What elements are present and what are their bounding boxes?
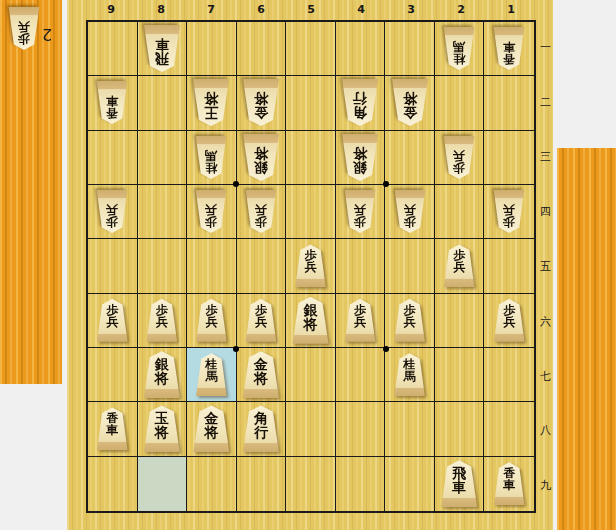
piece-kanji: 飛 xyxy=(452,466,466,480)
cell-7-2[interactable]: 王将 xyxy=(187,76,237,130)
cell-8-5[interactable] xyxy=(138,239,188,293)
cell-1-7[interactable] xyxy=(484,348,534,402)
piece-kanji: 歩 xyxy=(453,162,465,174)
shogi-piece-face: 歩兵 xyxy=(492,190,526,233)
shogi-piece-face: 歩兵 xyxy=(95,190,129,233)
piece-kanji: 兵 xyxy=(304,261,316,273)
cell-7-5[interactable] xyxy=(187,239,237,293)
rank-label-7: 七 xyxy=(538,349,553,404)
rank-label-9: 九 xyxy=(538,458,553,513)
piece-kanji: 将 xyxy=(254,92,268,106)
piece-kanji: 兵 xyxy=(106,316,118,328)
piece-kanji: 金 xyxy=(403,106,417,120)
cell-3-7[interactable]: 桂馬 xyxy=(385,348,435,402)
cell-4-5[interactable] xyxy=(336,239,386,293)
shogi-piece-face: 桂馬 xyxy=(393,353,427,396)
cell-2-8[interactable] xyxy=(435,402,485,456)
piece-kanji: 車 xyxy=(452,480,466,494)
piece-kanji: 歩 xyxy=(205,304,217,316)
gote-lance-92[interactable]: 香車 xyxy=(95,81,129,124)
file-label-9: 9 xyxy=(86,2,136,18)
gote-pawn-14[interactable]: 歩兵 xyxy=(492,190,526,233)
piece-kanji: 桂 xyxy=(205,162,217,174)
cell-2-6[interactable] xyxy=(435,294,485,348)
sente-king-88[interactable]: 玉将 xyxy=(142,405,182,452)
cell-9-7[interactable] xyxy=(88,348,138,402)
shogi-piece-face: 歩兵 xyxy=(393,299,427,342)
cell-8-7[interactable]: 銀将 xyxy=(138,348,188,402)
cell-4-7[interactable] xyxy=(336,348,386,402)
sente-lance-98[interactable]: 香車 xyxy=(95,407,129,450)
piece-kanji: 歩 xyxy=(354,216,366,228)
piece-kanji: 兵 xyxy=(503,204,515,216)
sente-lance-19[interactable]: 香車 xyxy=(492,462,526,505)
shogi-piece-face: 歩兵 xyxy=(442,136,476,179)
shogi-piece-face: 金将 xyxy=(241,79,281,126)
shogi-piece-face: 歩兵 xyxy=(194,299,228,342)
cell-1-6[interactable]: 歩兵 xyxy=(484,294,534,348)
cell-2-9[interactable]: 飛車 xyxy=(435,457,485,511)
star-point xyxy=(383,346,389,352)
cell-2-1[interactable]: 桂馬 xyxy=(435,22,485,76)
sente-pawn-66[interactable]: 歩兵 xyxy=(244,299,278,342)
cell-9-9[interactable] xyxy=(88,457,138,511)
cell-1-8[interactable] xyxy=(484,402,534,456)
shogi-piece-face: 香車 xyxy=(492,27,526,70)
piece-kanji: 角 xyxy=(353,106,367,120)
piece-kanji: 車 xyxy=(155,38,169,52)
cell-3-6[interactable]: 歩兵 xyxy=(385,294,435,348)
shogi-piece-face: 金将 xyxy=(241,351,281,398)
cell-9-8[interactable]: 香車 xyxy=(88,402,138,456)
shogi-piece-face: 玉将 xyxy=(142,405,182,452)
shogi-piece-face: 銀将 xyxy=(241,134,281,181)
cell-6-1[interactable] xyxy=(237,22,287,76)
shogi-piece-face: 香車 xyxy=(492,462,526,505)
cell-5-2[interactable] xyxy=(286,76,336,130)
shogi-piece-face: 歩兵 xyxy=(244,190,278,233)
cell-9-4[interactable]: 歩兵 xyxy=(88,185,138,239)
shogi-piece-face: 桂馬 xyxy=(194,136,228,179)
cell-7-1[interactable] xyxy=(187,22,237,76)
piece-kanji: 金 xyxy=(254,357,268,371)
shogi-piece-face: 金将 xyxy=(191,405,231,452)
cell-6-6[interactable]: 歩兵 xyxy=(237,294,287,348)
cell-6-2[interactable]: 金将 xyxy=(237,76,287,130)
piece-kanji: 将 xyxy=(204,425,218,439)
sente-pawn-55[interactable]: 歩兵 xyxy=(293,244,327,287)
piece-kanji: 金 xyxy=(254,106,268,120)
shogi-piece-face: 金将 xyxy=(390,79,430,126)
cell-7-4[interactable]: 歩兵 xyxy=(187,185,237,239)
piece-kanji: 馬 xyxy=(453,41,465,53)
file-labels: 987654321 xyxy=(86,2,536,18)
shogi-piece-face: 角行 xyxy=(340,79,380,126)
cell-6-4[interactable]: 歩兵 xyxy=(237,185,287,239)
gote-silver-63[interactable]: 銀将 xyxy=(241,134,281,181)
cell-9-6[interactable]: 歩兵 xyxy=(88,294,138,348)
cell-3-5[interactable] xyxy=(385,239,435,293)
cell-2-4[interactable] xyxy=(435,185,485,239)
piece-kanji: 馬 xyxy=(404,370,416,382)
cell-3-1[interactable] xyxy=(385,22,435,76)
cell-3-2[interactable]: 金将 xyxy=(385,76,435,130)
sente-pawn-16[interactable]: 歩兵 xyxy=(492,299,526,342)
piece-kanji: 兵 xyxy=(255,204,267,216)
cell-5-1[interactable] xyxy=(286,22,336,76)
cell-6-8[interactable]: 角行 xyxy=(237,402,287,456)
shogi-piece-face: 香車 xyxy=(95,81,129,124)
cell-4-1[interactable] xyxy=(336,22,386,76)
piece-kanji: 車 xyxy=(503,41,515,53)
piece-kanji: 兵 xyxy=(354,316,366,328)
piece-kanji: 桂 xyxy=(453,53,465,65)
cell-3-9[interactable] xyxy=(385,457,435,511)
piece-kanji: 兵 xyxy=(503,316,515,328)
piece-kanji: 銀 xyxy=(254,161,268,175)
cell-8-8[interactable]: 玉将 xyxy=(138,402,188,456)
file-label-5: 5 xyxy=(286,2,336,18)
rank-label-8: 八 xyxy=(538,403,553,458)
piece-kanji: 玉 xyxy=(155,411,169,425)
sente-silver-56[interactable]: 銀将 xyxy=(290,297,330,344)
piece-kanji-bottom: 兵 xyxy=(18,21,30,33)
cell-5-4[interactable] xyxy=(286,185,336,239)
piece-kanji: 銀 xyxy=(353,161,367,175)
cell-2-3[interactable]: 歩兵 xyxy=(435,131,485,185)
piece-kanji: 兵 xyxy=(404,204,416,216)
shogi-piece-face: 飛車 xyxy=(142,25,182,72)
piece-kanji: 車 xyxy=(106,95,118,107)
rank-label-6: 六 xyxy=(538,294,553,349)
rank-label-4: 四 xyxy=(538,184,553,239)
file-label-2: 2 xyxy=(436,2,486,18)
file-label-4: 4 xyxy=(336,2,386,18)
piece-kanji: 行 xyxy=(254,425,268,439)
shogi-piece-face: 桂馬 xyxy=(194,353,228,396)
rank-label-1: 一 xyxy=(538,20,553,75)
piece-kanji: 王 xyxy=(204,106,218,120)
sente-pawn-25[interactable]: 歩兵 xyxy=(442,244,476,287)
shogi-app: 歩 兵 2 987654321 一二三四五六七八九 飛車桂馬香車香車王将金将角行… xyxy=(0,0,616,530)
gote-hand-pawn-count: 2 xyxy=(42,25,52,44)
cell-1-1[interactable]: 香車 xyxy=(484,22,534,76)
rank-labels: 一二三四五六七八九 xyxy=(538,20,553,513)
shogi-piece-face: 角行 xyxy=(241,405,281,452)
gote-pawn-94[interactable]: 歩兵 xyxy=(95,190,129,233)
cell-8-3[interactable] xyxy=(138,131,188,185)
piece-kanji: 歩 xyxy=(354,304,366,316)
piece-kanji: 銀 xyxy=(303,303,317,317)
piece-kanji-top: 歩 xyxy=(18,33,30,45)
cell-7-7[interactable]: 桂馬 xyxy=(187,348,237,402)
piece-kanji: 将 xyxy=(204,92,218,106)
file-label-8: 8 xyxy=(136,2,186,18)
piece-kanji: 香 xyxy=(106,107,118,119)
piece-kanji: 将 xyxy=(254,147,268,161)
shogi-piece-face: 銀将 xyxy=(290,297,330,344)
shogi-piece-face: 歩兵 xyxy=(194,190,228,233)
sente-pawn-96[interactable]: 歩兵 xyxy=(95,299,129,342)
cell-1-5[interactable] xyxy=(484,239,534,293)
shogi-piece-face: 歩兵 xyxy=(343,299,377,342)
star-point xyxy=(383,181,389,187)
piece-kanji: 馬 xyxy=(205,370,217,382)
shogi-piece-face: 桂馬 xyxy=(442,27,476,70)
sente-pawn-76[interactable]: 歩兵 xyxy=(194,299,228,342)
shogi-piece-face: 歩兵 xyxy=(95,299,129,342)
sente-hand-stand[interactable] xyxy=(557,148,616,530)
gote-gold-62[interactable]: 金将 xyxy=(241,79,281,126)
rank-label-5: 五 xyxy=(538,239,553,294)
gote-hand-pawn[interactable]: 歩 兵 xyxy=(7,7,41,50)
cell-1-2[interactable] xyxy=(484,76,534,130)
star-point xyxy=(233,346,239,352)
cell-1-4[interactable]: 歩兵 xyxy=(484,185,534,239)
cell-4-3[interactable]: 銀将 xyxy=(336,131,386,185)
cell-7-3[interactable]: 桂馬 xyxy=(187,131,237,185)
piece-kanji: 兵 xyxy=(453,261,465,273)
star-point xyxy=(233,181,239,187)
piece-kanji: 歩 xyxy=(106,304,118,316)
piece-kanji: 馬 xyxy=(205,150,217,162)
piece-kanji: 将 xyxy=(155,371,169,385)
gote-lance-11[interactable]: 香車 xyxy=(492,27,526,70)
piece-kanji: 将 xyxy=(303,317,317,331)
cell-3-4[interactable]: 歩兵 xyxy=(385,185,435,239)
cell-6-7[interactable]: 金将 xyxy=(237,348,287,402)
piece-kanji: 兵 xyxy=(354,204,366,216)
cell-5-9[interactable] xyxy=(286,457,336,511)
cell-7-8[interactable]: 金将 xyxy=(187,402,237,456)
piece-kanji: 歩 xyxy=(205,216,217,228)
shogi-piece-face: 王将 xyxy=(191,79,231,126)
sente-gold-78[interactable]: 金将 xyxy=(191,405,231,452)
gote-king-72[interactable]: 王将 xyxy=(191,79,231,126)
gote-pawn-74[interactable]: 歩兵 xyxy=(194,190,228,233)
sente-knight-77[interactable]: 桂馬 xyxy=(194,353,228,396)
piece-kanji: 歩 xyxy=(503,216,515,228)
gote-pawn-44[interactable]: 歩兵 xyxy=(343,190,377,233)
rank-label-3: 三 xyxy=(538,130,553,185)
piece-kanji: 角 xyxy=(254,411,268,425)
cell-4-9[interactable] xyxy=(336,457,386,511)
piece-kanji: 歩 xyxy=(106,216,118,228)
sente-knight-37[interactable]: 桂馬 xyxy=(393,353,427,396)
shogi-piece-face: 歩兵 xyxy=(393,190,427,233)
piece-kanji: 将 xyxy=(254,371,268,385)
cell-7-6[interactable]: 歩兵 xyxy=(187,294,237,348)
piece-kanji: 将 xyxy=(403,92,417,106)
cell-8-9[interactable] xyxy=(138,457,188,511)
piece-kanji: 兵 xyxy=(156,316,168,328)
cell-5-8[interactable] xyxy=(286,402,336,456)
board-panel: 987654321 一二三四五六七八九 飛車桂馬香車香車王将金将角行金将桂馬銀将… xyxy=(67,0,553,530)
gote-rook-81[interactable]: 飛車 xyxy=(142,25,182,72)
cell-7-9[interactable] xyxy=(187,457,237,511)
piece-kanji: 歩 xyxy=(156,304,168,316)
gote-pawn-23[interactable]: 歩兵 xyxy=(442,136,476,179)
sente-silver-87[interactable]: 銀将 xyxy=(142,351,182,398)
cell-8-2[interactable] xyxy=(138,76,188,130)
piece-kanji: 銀 xyxy=(155,357,169,371)
cell-1-3[interactable] xyxy=(484,131,534,185)
cell-2-2[interactable] xyxy=(435,76,485,130)
cell-3-3[interactable] xyxy=(385,131,435,185)
cell-5-7[interactable] xyxy=(286,348,336,402)
piece-kanji: 車 xyxy=(106,424,118,436)
sente-pawn-46[interactable]: 歩兵 xyxy=(343,299,377,342)
gote-silver-43[interactable]: 銀将 xyxy=(340,134,380,181)
cell-6-9[interactable] xyxy=(237,457,287,511)
shogi-piece-face: 歩兵 xyxy=(492,299,526,342)
piece-kanji: 歩 xyxy=(255,304,267,316)
cell-5-5[interactable]: 歩兵 xyxy=(286,239,336,293)
piece-kanji: 飛 xyxy=(155,52,169,66)
piece-kanji: 将 xyxy=(155,425,169,439)
board-grid: 飛車桂馬香車香車王将金将角行金将桂馬銀将銀将歩兵歩兵歩兵歩兵歩兵歩兵歩兵歩兵歩兵… xyxy=(86,20,536,513)
gote-knight-21[interactable]: 桂馬 xyxy=(442,27,476,70)
file-label-1: 1 xyxy=(486,2,536,18)
gote-gold-32[interactable]: 金将 xyxy=(390,79,430,126)
piece-kanji: 兵 xyxy=(106,204,118,216)
shogi-piece-face: 香車 xyxy=(95,407,129,450)
shogi-piece-face: 歩兵 xyxy=(442,244,476,287)
gote-pawn-64[interactable]: 歩兵 xyxy=(244,190,278,233)
gote-hand-stand: 歩 兵 2 xyxy=(0,0,62,384)
shogi-piece-face: 銀将 xyxy=(340,134,380,181)
shogi-piece-face: 飛車 xyxy=(439,460,479,507)
file-label-6: 6 xyxy=(236,2,286,18)
cell-8-4[interactable] xyxy=(138,185,188,239)
shogi-piece-face: 歩兵 xyxy=(293,244,327,287)
cell-4-6[interactable]: 歩兵 xyxy=(336,294,386,348)
piece-kanji: 歩 xyxy=(404,216,416,228)
piece-kanji: 車 xyxy=(503,479,515,491)
cell-2-7[interactable] xyxy=(435,348,485,402)
piece-kanji: 将 xyxy=(353,147,367,161)
piece-kanji: 歩 xyxy=(255,216,267,228)
piece-kanji: 歩 xyxy=(404,304,416,316)
cell-9-1[interactable] xyxy=(88,22,138,76)
cell-4-2[interactable]: 角行 xyxy=(336,76,386,130)
piece-kanji: 香 xyxy=(503,53,515,65)
rank-label-2: 二 xyxy=(538,75,553,130)
sente-rook-29[interactable]: 飛車 xyxy=(439,460,479,507)
shogi-piece-face: 歩兵 xyxy=(343,190,377,233)
cell-4-8[interactable] xyxy=(336,402,386,456)
cell-6-5[interactable] xyxy=(237,239,287,293)
sente-pawn-36[interactable]: 歩兵 xyxy=(393,299,427,342)
piece-kanji: 行 xyxy=(353,92,367,106)
cell-3-8[interactable] xyxy=(385,402,435,456)
file-label-3: 3 xyxy=(386,2,436,18)
cell-4-4[interactable]: 歩兵 xyxy=(336,185,386,239)
piece-kanji: 兵 xyxy=(453,150,465,162)
cell-6-3[interactable]: 銀将 xyxy=(237,131,287,185)
file-label-7: 7 xyxy=(186,2,236,18)
shogi-piece-face: 歩兵 xyxy=(145,299,179,342)
piece-kanji: 兵 xyxy=(205,204,217,216)
piece-kanji: 兵 xyxy=(404,316,416,328)
sente-pawn-86[interactable]: 歩兵 xyxy=(145,299,179,342)
piece-kanji: 兵 xyxy=(255,316,267,328)
cell-5-3[interactable] xyxy=(286,131,336,185)
cell-2-5[interactable]: 歩兵 xyxy=(435,239,485,293)
cell-9-2[interactable]: 香車 xyxy=(88,76,138,130)
sente-bishop-68[interactable]: 角行 xyxy=(241,405,281,452)
cell-1-9[interactable]: 香車 xyxy=(484,457,534,511)
gote-pawn-34[interactable]: 歩兵 xyxy=(393,190,427,233)
shogi-piece-face: 歩 兵 xyxy=(7,7,41,50)
piece-kanji: 歩 xyxy=(503,304,515,316)
cell-8-1[interactable]: 飛車 xyxy=(138,22,188,76)
cell-5-6[interactable]: 銀将 xyxy=(286,294,336,348)
shogi-piece-face: 銀将 xyxy=(142,351,182,398)
cell-9-5[interactable] xyxy=(88,239,138,293)
sente-gold-67[interactable]: 金将 xyxy=(241,351,281,398)
gote-bishop-42[interactable]: 角行 xyxy=(340,79,380,126)
piece-kanji: 金 xyxy=(204,411,218,425)
piece-kanji: 兵 xyxy=(205,316,217,328)
gote-knight-73[interactable]: 桂馬 xyxy=(194,136,228,179)
cell-9-3[interactable] xyxy=(88,131,138,185)
shogi-piece-face: 歩兵 xyxy=(244,299,278,342)
cell-8-6[interactable]: 歩兵 xyxy=(138,294,188,348)
